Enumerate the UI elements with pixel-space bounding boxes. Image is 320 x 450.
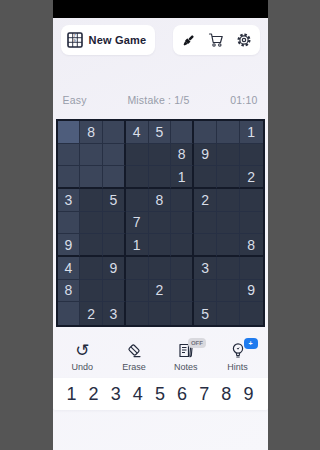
cell-r2c2[interactable] (80, 144, 103, 167)
cell-r5c1[interactable] (58, 212, 81, 235)
cell-r1c7[interactable] (194, 121, 217, 144)
cell-r9c8[interactable] (217, 302, 240, 325)
settings-gear-icon[interactable] (236, 32, 252, 48)
cell-r3c1[interactable] (58, 166, 81, 189)
numpad-7[interactable]: 7 (195, 384, 213, 405)
undo-label: Undo (72, 362, 94, 372)
cell-r6c1[interactable]: 9 (58, 234, 81, 257)
cell-r8c8[interactable] (217, 280, 240, 303)
cell-r2c6[interactable]: 8 (171, 144, 194, 167)
numpad-8[interactable]: 8 (217, 384, 235, 405)
cell-r6c7[interactable] (194, 234, 217, 257)
cell-r5c3[interactable] (103, 212, 126, 235)
cell-r7c1[interactable]: 4 (58, 257, 81, 280)
cell-r2c5[interactable] (149, 144, 172, 167)
cell-r9c1[interactable] (58, 302, 81, 325)
cell-r8c9[interactable]: 9 (240, 280, 263, 303)
cell-r4c5[interactable]: 8 (149, 189, 172, 212)
notes-button[interactable]: OFF Notes (164, 342, 208, 372)
cell-r6c3[interactable] (103, 234, 126, 257)
cell-r1c2[interactable]: 8 (80, 121, 103, 144)
cell-r7c8[interactable] (217, 257, 240, 280)
sudoku-app-screen: 7 9 New Game (53, 0, 268, 450)
cell-r5c4[interactable]: 7 (126, 212, 149, 235)
cell-r4c9[interactable] (240, 189, 263, 212)
cell-r2c7[interactable]: 9 (194, 144, 217, 167)
eraser-icon (125, 342, 143, 359)
cell-r1c1[interactable] (58, 121, 81, 144)
cell-r4c3[interactable]: 5 (103, 189, 126, 212)
numpad-1[interactable]: 1 (63, 384, 81, 405)
bottom-toolbar: ↺ Undo Erase OFF (53, 334, 268, 380)
cell-r8c6[interactable] (171, 280, 194, 303)
theme-brush-icon[interactable] (181, 33, 196, 48)
cell-r1c9[interactable]: 1 (240, 121, 263, 144)
cell-r7c9[interactable] (240, 257, 263, 280)
number-pad: 123456789 (53, 378, 268, 410)
sudoku-board-icon: 7 9 (67, 32, 83, 48)
difficulty-label: Easy (63, 94, 87, 106)
cell-r6c2[interactable] (80, 234, 103, 257)
cell-r6c6[interactable] (171, 234, 194, 257)
cell-r7c6[interactable] (171, 257, 194, 280)
top-right-actions (173, 25, 260, 55)
cell-r9c4[interactable] (126, 302, 149, 325)
cell-r8c7[interactable] (194, 280, 217, 303)
cell-r1c3[interactable] (103, 121, 126, 144)
cell-r4c8[interactable] (217, 189, 240, 212)
numpad-5[interactable]: 5 (151, 384, 169, 405)
cell-r5c6[interactable] (171, 212, 194, 235)
timer: 01:10 (230, 94, 257, 106)
cell-r2c3[interactable] (103, 144, 126, 167)
cell-r2c1[interactable] (58, 144, 81, 167)
erase-label: Erase (122, 362, 146, 372)
cell-r7c2[interactable] (80, 257, 103, 280)
cell-r1c8[interactable] (217, 121, 240, 144)
game-status-row: Easy Mistake : 1/5 01:10 (53, 94, 268, 106)
cell-r9c9[interactable] (240, 302, 263, 325)
cell-r5c5[interactable] (149, 212, 172, 235)
cell-r4c2[interactable] (80, 189, 103, 212)
cell-r5c9[interactable] (240, 212, 263, 235)
cell-r3c5[interactable] (149, 166, 172, 189)
cell-r7c4[interactable] (126, 257, 149, 280)
cell-r8c4[interactable] (126, 280, 149, 303)
numpad-4[interactable]: 4 (129, 384, 147, 405)
cell-r9c5[interactable] (149, 302, 172, 325)
hints-button[interactable]: + Hints (216, 342, 260, 372)
cell-r2c9[interactable] (240, 144, 263, 167)
cell-r6c9[interactable]: 8 (240, 234, 263, 257)
cell-r9c2[interactable]: 2 (80, 302, 103, 325)
new-game-button[interactable]: 7 9 New Game (61, 25, 156, 55)
cell-r3c3[interactable] (103, 166, 126, 189)
mistake-counter: Mistake : 1/5 (127, 94, 189, 106)
cell-r8c1[interactable]: 8 (58, 280, 81, 303)
device-status-bar (53, 0, 268, 18)
cell-r3c9[interactable]: 2 (240, 166, 263, 189)
cell-r8c2[interactable] (80, 280, 103, 303)
cell-r3c7[interactable] (194, 166, 217, 189)
numpad-2[interactable]: 2 (85, 384, 103, 405)
cell-r3c2[interactable] (80, 166, 103, 189)
cell-r4c4[interactable] (126, 189, 149, 212)
cell-r3c6[interactable]: 1 (171, 166, 194, 189)
numpad-9[interactable]: 9 (240, 384, 258, 405)
cell-r8c3[interactable] (103, 280, 126, 303)
shop-cart-icon[interactable] (208, 32, 224, 48)
cell-r1c6[interactable] (171, 121, 194, 144)
notes-label: Notes (174, 362, 198, 372)
cell-r7c3[interactable]: 9 (103, 257, 126, 280)
cell-r9c6[interactable] (171, 302, 194, 325)
cell-r6c5[interactable] (149, 234, 172, 257)
cell-r7c5[interactable] (149, 257, 172, 280)
cell-r9c3[interactable]: 3 (103, 302, 126, 325)
cell-r5c8[interactable] (217, 212, 240, 235)
cell-r3c4[interactable] (126, 166, 149, 189)
cell-r8c5[interactable]: 2 (149, 280, 172, 303)
undo-icon: ↺ (75, 342, 89, 359)
cell-r6c8[interactable] (217, 234, 240, 257)
cell-r9c7[interactable]: 5 (194, 302, 217, 325)
cell-r4c1[interactable]: 3 (58, 189, 81, 212)
svg-text:9: 9 (73, 38, 76, 43)
erase-button[interactable]: Erase (112, 342, 156, 372)
cell-r3c8[interactable] (217, 166, 240, 189)
cell-r1c4[interactable]: 4 (126, 121, 149, 144)
cell-r2c4[interactable] (126, 144, 149, 167)
cell-r5c2[interactable] (80, 212, 103, 235)
hints-plus-badge: + (244, 338, 258, 349)
numpad-6[interactable]: 6 (173, 384, 191, 405)
cell-r4c7[interactable]: 2 (194, 189, 217, 212)
cell-r5c7[interactable] (194, 212, 217, 235)
cell-r4c6[interactable] (171, 189, 194, 212)
sudoku-grid[interactable]: 8451891235827918493829235 (56, 119, 265, 327)
numpad-3[interactable]: 3 (107, 384, 125, 405)
undo-button[interactable]: ↺ Undo (60, 342, 104, 372)
new-game-label: New Game (89, 34, 147, 46)
cell-r7c7[interactable]: 3 (194, 257, 217, 280)
top-bar: 7 9 New Game (53, 24, 268, 56)
hints-label: Hints (227, 362, 248, 372)
cell-r1c5[interactable]: 5 (149, 121, 172, 144)
cell-r6c4[interactable]: 1 (126, 234, 149, 257)
notes-off-badge: OFF (188, 338, 206, 348)
cell-r2c8[interactable] (217, 144, 240, 167)
